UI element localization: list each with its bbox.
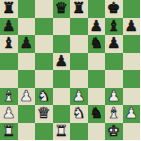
square-h2[interactable]: ♟ xyxy=(123,105,141,123)
square-c6[interactable] xyxy=(35,35,53,53)
black-pawn-icon[interactable]: ♟ xyxy=(125,18,138,36)
square-d8[interactable]: ♛ xyxy=(53,0,71,18)
square-f1[interactable] xyxy=(88,123,106,141)
square-g4[interactable] xyxy=(105,70,123,88)
square-b5[interactable] xyxy=(18,53,36,71)
white-pawn-icon[interactable]: ♟ xyxy=(107,88,120,106)
white-queen-icon[interactable]: ♛ xyxy=(37,105,50,123)
square-e1[interactable] xyxy=(70,123,88,141)
square-d2[interactable] xyxy=(53,105,71,123)
square-b2[interactable] xyxy=(18,105,36,123)
black-king-icon[interactable]: ♚ xyxy=(107,0,120,18)
square-c3[interactable]: ♞ xyxy=(35,88,53,106)
square-g8[interactable]: ♚ xyxy=(105,0,123,18)
square-f8[interactable] xyxy=(88,0,106,18)
square-c8[interactable] xyxy=(35,0,53,18)
black-pawn-icon[interactable]: ♟ xyxy=(107,35,120,53)
white-pawn-icon[interactable]: ♟ xyxy=(125,105,138,123)
square-e4[interactable] xyxy=(70,70,88,88)
white-pawn-icon[interactable]: ♟ xyxy=(72,88,85,106)
square-b4[interactable] xyxy=(18,70,36,88)
square-g2[interactable]: ♝ xyxy=(105,105,123,123)
square-b1[interactable] xyxy=(18,123,36,141)
black-pawn-icon[interactable]: ♟ xyxy=(2,18,15,36)
black-rook-icon[interactable]: ♜ xyxy=(72,0,85,18)
square-h5[interactable] xyxy=(123,53,141,71)
white-bishop-icon[interactable]: ♝ xyxy=(107,105,120,123)
square-f3[interactable] xyxy=(88,88,106,106)
square-e6[interactable] xyxy=(70,35,88,53)
square-d5[interactable]: ♟ xyxy=(53,53,71,71)
square-d3[interactable] xyxy=(53,88,71,106)
square-a7[interactable]: ♟ xyxy=(0,18,18,36)
black-bishop-icon[interactable]: ♝ xyxy=(2,35,15,53)
square-d1[interactable]: ♜ xyxy=(53,123,71,141)
square-c4[interactable] xyxy=(35,70,53,88)
black-queen-icon[interactable]: ♛ xyxy=(55,0,68,18)
square-a2[interactable]: ♟ xyxy=(0,105,18,123)
black-pawn-icon[interactable]: ♟ xyxy=(20,35,33,53)
square-b6[interactable]: ♟ xyxy=(18,35,36,53)
square-a8[interactable]: ♜ xyxy=(0,0,18,18)
white-knight-icon[interactable]: ♞ xyxy=(37,88,50,106)
square-f7[interactable]: ♟ xyxy=(88,18,106,36)
square-h8[interactable] xyxy=(123,0,141,18)
square-a4[interactable] xyxy=(0,70,18,88)
square-g6[interactable]: ♟ xyxy=(105,35,123,53)
square-f2[interactable]: ♞ xyxy=(88,105,106,123)
square-b8[interactable] xyxy=(18,0,36,18)
square-e2[interactable]: ♞ xyxy=(70,105,88,123)
square-h6[interactable] xyxy=(123,35,141,53)
black-pawn-icon[interactable]: ♟ xyxy=(55,53,68,71)
square-e5[interactable] xyxy=(70,53,88,71)
square-g3[interactable]: ♟ xyxy=(105,88,123,106)
black-knight-icon[interactable]: ♞ xyxy=(90,35,103,53)
square-h7[interactable]: ♟ xyxy=(123,18,141,36)
square-e3[interactable]: ♟ xyxy=(70,88,88,106)
chess-board: ♜♛♜♚♟♟♝♟♝♟♞♟♟♝♟♞♟♟♟♛♞♞♝♟♜♜♚ xyxy=(0,0,140,140)
square-d6[interactable] xyxy=(53,35,71,53)
square-g1[interactable]: ♚ xyxy=(105,123,123,141)
square-e8[interactable]: ♜ xyxy=(70,0,88,18)
square-c5[interactable] xyxy=(35,53,53,71)
black-bishop-icon[interactable]: ♝ xyxy=(107,18,120,36)
white-rook-icon[interactable]: ♜ xyxy=(2,123,15,141)
square-h3[interactable] xyxy=(123,88,141,106)
white-pawn-icon[interactable]: ♟ xyxy=(20,88,33,106)
square-a3[interactable]: ♝ xyxy=(0,88,18,106)
white-knight-icon[interactable]: ♞ xyxy=(72,105,85,123)
black-knight-icon[interactable]: ♞ xyxy=(90,105,103,123)
square-d4[interactable] xyxy=(53,70,71,88)
square-b3[interactable]: ♟ xyxy=(18,88,36,106)
square-b7[interactable] xyxy=(18,18,36,36)
black-pawn-icon[interactable]: ♟ xyxy=(90,18,103,36)
white-bishop-icon[interactable]: ♝ xyxy=(2,88,15,106)
square-a5[interactable] xyxy=(0,53,18,71)
square-c1[interactable] xyxy=(35,123,53,141)
square-f5[interactable] xyxy=(88,53,106,71)
square-f4[interactable] xyxy=(88,70,106,88)
square-g5[interactable] xyxy=(105,53,123,71)
square-a6[interactable]: ♝ xyxy=(0,35,18,53)
white-pawn-icon[interactable]: ♟ xyxy=(2,105,15,123)
square-e7[interactable] xyxy=(70,18,88,36)
square-g7[interactable]: ♝ xyxy=(105,18,123,36)
square-c7[interactable] xyxy=(35,18,53,36)
square-h1[interactable] xyxy=(123,123,141,141)
white-king-icon[interactable]: ♚ xyxy=(107,123,120,141)
white-rook-icon[interactable]: ♜ xyxy=(55,123,68,141)
square-h4[interactable] xyxy=(123,70,141,88)
square-c2[interactable]: ♛ xyxy=(35,105,53,123)
black-rook-icon[interactable]: ♜ xyxy=(2,0,15,18)
square-a1[interactable]: ♜ xyxy=(0,123,18,141)
square-d7[interactable] xyxy=(53,18,71,36)
square-f6[interactable]: ♞ xyxy=(88,35,106,53)
